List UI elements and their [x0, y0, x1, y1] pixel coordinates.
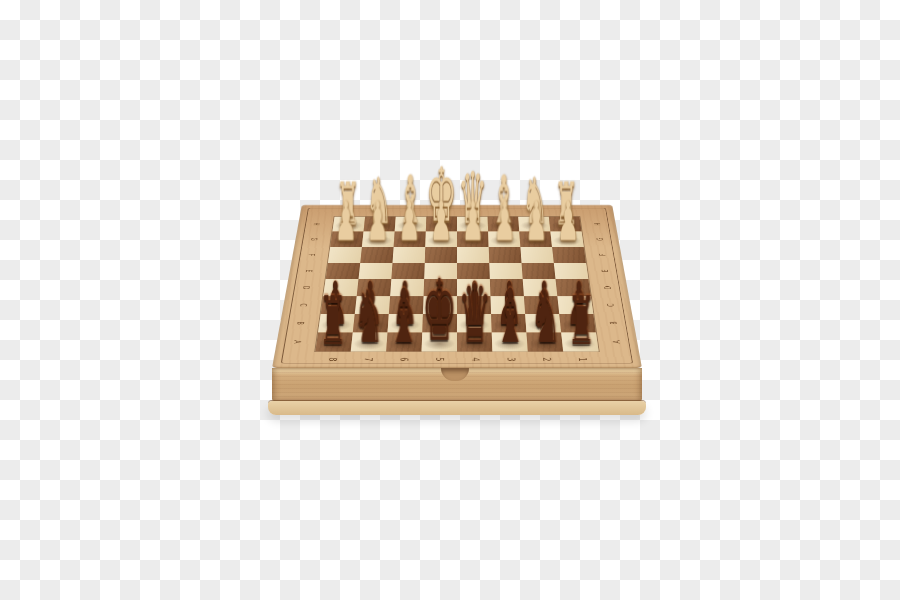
piece-white-pawn[interactable]: ♟ [430, 194, 452, 248]
square-b2[interactable]: ♟ [519, 232, 552, 247]
square-h2[interactable]: ♟ [330, 232, 363, 247]
right-coord-g: G [596, 238, 605, 241]
right-coord-b: B [609, 322, 619, 325]
left-coord-a: A [292, 340, 302, 343]
right-coord-a: A [612, 340, 622, 343]
left-coord-e: E [304, 270, 313, 273]
piece-black-king[interactable]: ♚ [422, 269, 457, 354]
front-coord-7: 7 [361, 357, 374, 361]
square-g2[interactable]: ♟ [362, 232, 395, 247]
square-d8[interactable]: ♛ [457, 332, 492, 351]
left-coord-d: D [301, 286, 311, 289]
square-h8[interactable]: ♜ [315, 332, 352, 351]
square-b8[interactable]: ♞ [526, 332, 563, 351]
square-f3[interactable] [392, 247, 425, 263]
front-coord-6: 6 [397, 357, 410, 361]
base-molding [268, 401, 646, 415]
square-d3[interactable] [457, 247, 489, 263]
square-c8[interactable]: ♝ [492, 332, 528, 351]
square-g8[interactable]: ♞ [351, 332, 388, 351]
front-coord-5: 5 [433, 357, 446, 361]
square-c3[interactable] [489, 247, 522, 263]
piece-black-rook[interactable]: ♜ [319, 287, 346, 354]
piece-black-bishop[interactable]: ♝ [388, 279, 419, 354]
right-coord-f: F [598, 254, 607, 256]
square-a2[interactable]: ♟ [550, 232, 583, 247]
product-photo-chess-set: ♜♞♝♚♛♝♞♜♟♟♟♟♟♟♟♟♟♟♟♟♟♟♟♟♜♞♝♚♛♝♞♜ 8765432… [0, 0, 900, 600]
piece-black-knight[interactable]: ♞ [353, 281, 383, 354]
piece-white-pawn[interactable]: ♟ [525, 194, 547, 248]
board-top: ♜♞♝♚♛♝♞♜♟♟♟♟♟♟♟♟♟♟♟♟♟♟♟♟♜♞♝♚♛♝♞♜ 8765432… [272, 205, 642, 368]
piece-black-knight[interactable]: ♞ [531, 281, 561, 354]
left-coord-f: F [307, 254, 316, 256]
piece-white-pawn[interactable]: ♟ [493, 194, 515, 248]
piece-white-pawn[interactable]: ♟ [335, 194, 357, 248]
piece-black-queen[interactable]: ♛ [458, 273, 491, 354]
right-coord-c: C [606, 304, 616, 307]
left-coord-c: C [298, 304, 308, 307]
finger-notch [441, 368, 469, 381]
square-g3[interactable] [360, 247, 393, 263]
right-coord-h: H [593, 223, 602, 226]
square-a3[interactable] [552, 247, 586, 263]
front-coord-3: 3 [504, 357, 517, 361]
box-front-face [272, 368, 642, 401]
square-e8[interactable]: ♚ [422, 332, 457, 351]
square-h3[interactable] [328, 247, 362, 263]
left-coord-b: B [295, 322, 305, 325]
piece-white-pawn[interactable]: ♟ [366, 194, 388, 248]
right-coord-e: E [601, 270, 610, 273]
front-coord-2: 2 [540, 357, 553, 361]
right-coord-d: D [603, 286, 613, 289]
piece-white-pawn[interactable]: ♟ [557, 194, 579, 248]
square-b3[interactable] [520, 247, 553, 263]
perspective-scene: ♜♞♝♚♛♝♞♜♟♟♟♟♟♟♟♟♟♟♟♟♟♟♟♟♜♞♝♚♛♝♞♜ 8765432… [272, 0, 642, 600]
left-coord-h: H [312, 223, 321, 226]
square-f8[interactable]: ♝ [386, 332, 422, 351]
square-c2[interactable]: ♟ [488, 232, 520, 247]
square-f2[interactable]: ♟ [394, 232, 426, 247]
piece-white-pawn[interactable]: ♟ [398, 194, 420, 248]
left-coord-g: G [309, 238, 318, 241]
piece-black-rook[interactable]: ♜ [568, 287, 595, 354]
front-coord-8: 8 [325, 357, 338, 361]
piece-white-pawn[interactable]: ♟ [462, 194, 484, 248]
square-e2[interactable]: ♟ [425, 232, 457, 247]
front-coord-1: 1 [575, 357, 588, 361]
square-grid: ♜♞♝♚♛♝♞♜♟♟♟♟♟♟♟♟♟♟♟♟♟♟♟♟♜♞♝♚♛♝♞♜ [315, 217, 598, 352]
square-a8[interactable]: ♜ [561, 332, 598, 351]
chess-box: ♜♞♝♚♛♝♞♜♟♟♟♟♟♟♟♟♟♟♟♟♟♟♟♟♜♞♝♚♛♝♞♜ 8765432… [272, 0, 642, 600]
square-d2[interactable]: ♟ [457, 232, 489, 247]
front-coord-4: 4 [468, 357, 481, 361]
piece-black-bishop[interactable]: ♝ [495, 279, 526, 354]
front-coordinate-rail: 87654321 [313, 353, 600, 366]
